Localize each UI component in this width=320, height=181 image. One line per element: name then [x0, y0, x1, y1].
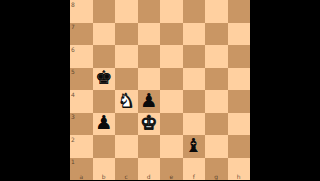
square-c1[interactable]: c [115, 158, 138, 181]
square-a7[interactable]: 7 [70, 23, 93, 46]
square-a1[interactable]: 1a [70, 158, 93, 181]
square-a5[interactable]: 5 [70, 68, 93, 91]
square-d4[interactable]: ♟ [138, 90, 161, 113]
square-g5[interactable] [205, 68, 228, 91]
square-f1[interactable]: f [183, 158, 206, 181]
square-d7[interactable] [138, 23, 161, 46]
square-f5[interactable] [183, 68, 206, 91]
square-f4[interactable] [183, 90, 206, 113]
square-d1[interactable]: d [138, 158, 161, 181]
square-h2[interactable] [228, 135, 251, 158]
square-c2[interactable] [115, 135, 138, 158]
square-h8[interactable] [228, 0, 251, 23]
rank-label-2: 2 [71, 136, 75, 143]
square-d8[interactable] [138, 0, 161, 23]
file-label-g: g [205, 173, 228, 180]
black-pawn-icon[interactable]: ♟ [140, 91, 157, 110]
white-king-icon[interactable]: ♚ [140, 113, 157, 132]
square-b7[interactable] [93, 23, 116, 46]
square-a4[interactable]: 4 [70, 90, 93, 113]
square-b8[interactable] [93, 0, 116, 23]
square-b2[interactable] [93, 135, 116, 158]
square-g2[interactable] [205, 135, 228, 158]
square-a6[interactable]: 6 [70, 45, 93, 68]
square-a2[interactable]: 2 [70, 135, 93, 158]
square-b4[interactable] [93, 90, 116, 113]
black-king-icon[interactable]: ♚ [95, 68, 112, 87]
square-h3[interactable] [228, 113, 251, 136]
square-c4[interactable]: ♞ [115, 90, 138, 113]
square-c8[interactable] [115, 0, 138, 23]
file-label-b: b [93, 173, 116, 180]
square-e5[interactable] [160, 68, 183, 91]
square-h4[interactable] [228, 90, 251, 113]
square-h5[interactable] [228, 68, 251, 91]
chess-board: 8765♚4♞♟3♟♚2♝1abcdefgh [70, 0, 250, 180]
square-c6[interactable] [115, 45, 138, 68]
square-h7[interactable] [228, 23, 251, 46]
square-g3[interactable] [205, 113, 228, 136]
file-label-a: a [70, 173, 93, 180]
square-b5[interactable]: ♚ [93, 68, 116, 91]
square-a8[interactable]: 8 [70, 0, 93, 23]
file-label-f: f [183, 173, 206, 180]
square-c5[interactable] [115, 68, 138, 91]
square-e2[interactable] [160, 135, 183, 158]
rank-label-1: 1 [71, 158, 75, 165]
file-label-e: e [160, 173, 183, 180]
square-c7[interactable] [115, 23, 138, 46]
square-e6[interactable] [160, 45, 183, 68]
rank-label-7: 7 [71, 23, 75, 30]
square-h1[interactable]: h [228, 158, 251, 181]
square-f8[interactable] [183, 0, 206, 23]
square-b1[interactable]: b [93, 158, 116, 181]
rank-label-8: 8 [71, 1, 75, 8]
square-g7[interactable] [205, 23, 228, 46]
square-f7[interactable] [183, 23, 206, 46]
file-label-h: h [228, 173, 251, 180]
square-f6[interactable] [183, 45, 206, 68]
rank-label-4: 4 [71, 91, 75, 98]
square-g1[interactable]: g [205, 158, 228, 181]
rank-label-5: 5 [71, 68, 75, 75]
white-knight-icon[interactable]: ♞ [118, 91, 135, 110]
square-h6[interactable] [228, 45, 251, 68]
file-label-d: d [138, 173, 161, 180]
square-e7[interactable] [160, 23, 183, 46]
square-b6[interactable] [93, 45, 116, 68]
square-d5[interactable] [138, 68, 161, 91]
square-a3[interactable]: 3 [70, 113, 93, 136]
square-c3[interactable] [115, 113, 138, 136]
rank-label-3: 3 [71, 113, 75, 120]
square-g8[interactable] [205, 0, 228, 23]
video-frame: 8765♚4♞♟3♟♚2♝1abcdefgh [0, 0, 320, 180]
black-bishop-icon[interactable]: ♝ [185, 136, 202, 155]
square-b3[interactable]: ♟ [93, 113, 116, 136]
square-g4[interactable] [205, 90, 228, 113]
square-e8[interactable] [160, 0, 183, 23]
square-e1[interactable]: e [160, 158, 183, 181]
square-d2[interactable] [138, 135, 161, 158]
black-pawn-icon[interactable]: ♟ [95, 113, 112, 132]
file-label-c: c [115, 173, 138, 180]
square-e3[interactable] [160, 113, 183, 136]
square-e4[interactable] [160, 90, 183, 113]
square-f2[interactable]: ♝ [183, 135, 206, 158]
square-f3[interactable] [183, 113, 206, 136]
square-g6[interactable] [205, 45, 228, 68]
square-d3[interactable]: ♚ [138, 113, 161, 136]
square-d6[interactable] [138, 45, 161, 68]
rank-label-6: 6 [71, 46, 75, 53]
